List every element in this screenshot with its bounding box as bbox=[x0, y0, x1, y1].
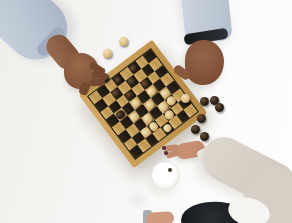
coffee-cup-hole bbox=[168, 168, 172, 172]
dark-piece-loose[interactable] bbox=[215, 103, 224, 112]
dark-piece-loose[interactable] bbox=[191, 125, 200, 134]
table-surface bbox=[0, 0, 292, 223]
fingernail bbox=[164, 151, 168, 155]
fingernail bbox=[162, 146, 166, 150]
dark-piece-loose[interactable] bbox=[197, 114, 206, 123]
man-right-hand bbox=[185, 40, 224, 85]
dark-piece-loose[interactable] bbox=[200, 132, 209, 141]
man-left-ring-finger bbox=[90, 79, 105, 87]
dark-piece-loose[interactable] bbox=[200, 97, 209, 106]
woman-resting-hand bbox=[146, 211, 175, 223]
cup-shadow bbox=[123, 189, 151, 211]
light-piece-loose[interactable] bbox=[119, 37, 128, 46]
light-piece-loose[interactable] bbox=[103, 49, 112, 58]
coffee-cup bbox=[151, 161, 180, 190]
light-piece-loose[interactable] bbox=[181, 94, 190, 103]
